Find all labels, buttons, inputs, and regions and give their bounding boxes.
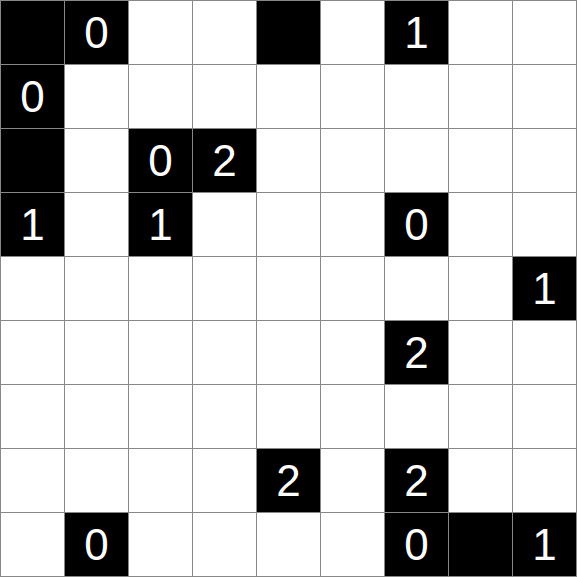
cell-r0c5[interactable] <box>321 1 384 64</box>
cell-r3c2: 1 <box>129 193 192 256</box>
clue-number: 1 <box>148 203 172 247</box>
cell-r7c8[interactable] <box>513 449 576 512</box>
cell-r8c2[interactable] <box>129 513 192 576</box>
cell-r6c3[interactable] <box>193 385 256 448</box>
cell-r2c8[interactable] <box>513 129 576 192</box>
cell-r6c2[interactable] <box>129 385 192 448</box>
cell-r7c1[interactable] <box>65 449 128 512</box>
cell-r6c0[interactable] <box>1 385 64 448</box>
clue-number: 2 <box>404 459 428 503</box>
clue-number: 2 <box>404 331 428 375</box>
cell-r2c6[interactable] <box>385 129 448 192</box>
cell-r5c1[interactable] <box>65 321 128 384</box>
cell-r8c8: 1 <box>513 513 576 576</box>
cell-r7c7[interactable] <box>449 449 512 512</box>
clue-number: 1 <box>404 11 428 55</box>
clue-number: 1 <box>532 523 556 567</box>
cell-r0c2[interactable] <box>129 1 192 64</box>
cell-r4c7[interactable] <box>449 257 512 320</box>
cell-r7c5[interactable] <box>321 449 384 512</box>
cell-r8c0[interactable] <box>1 513 64 576</box>
cell-r6c1[interactable] <box>65 385 128 448</box>
cell-r1c0: 0 <box>1 65 64 128</box>
cell-r4c1[interactable] <box>65 257 128 320</box>
clue-number: 0 <box>404 523 428 567</box>
cell-r8c3[interactable] <box>193 513 256 576</box>
cell-r5c6: 2 <box>385 321 448 384</box>
cell-r5c5[interactable] <box>321 321 384 384</box>
cell-r2c5[interactable] <box>321 129 384 192</box>
cell-r1c5[interactable] <box>321 65 384 128</box>
cell-r2c4[interactable] <box>257 129 320 192</box>
cell-r7c2[interactable] <box>129 449 192 512</box>
cell-r1c8[interactable] <box>513 65 576 128</box>
cell-r2c2: 0 <box>129 129 192 192</box>
cell-r2c1[interactable] <box>65 129 128 192</box>
cell-r3c3[interactable] <box>193 193 256 256</box>
cell-r3c1[interactable] <box>65 193 128 256</box>
cell-r4c2[interactable] <box>129 257 192 320</box>
cell-r0c3[interactable] <box>193 1 256 64</box>
clue-number: 1 <box>20 203 44 247</box>
cell-r3c5[interactable] <box>321 193 384 256</box>
cell-r1c2[interactable] <box>129 65 192 128</box>
clue-number: 0 <box>148 139 172 183</box>
cell-r5c7[interactable] <box>449 321 512 384</box>
clue-number: 1 <box>532 267 556 311</box>
cell-r1c6[interactable] <box>385 65 448 128</box>
cell-r3c7[interactable] <box>449 193 512 256</box>
cell-r0c0 <box>1 1 64 64</box>
cell-r0c8[interactable] <box>513 1 576 64</box>
cell-r6c4[interactable] <box>257 385 320 448</box>
cell-r8c7 <box>449 513 512 576</box>
cell-r5c0[interactable] <box>1 321 64 384</box>
cell-r3c4[interactable] <box>257 193 320 256</box>
cell-r1c1[interactable] <box>65 65 128 128</box>
cell-r1c7[interactable] <box>449 65 512 128</box>
clue-number: 0 <box>20 75 44 119</box>
cell-r0c1: 0 <box>65 1 128 64</box>
cell-r0c6: 1 <box>385 1 448 64</box>
cell-r4c8: 1 <box>513 257 576 320</box>
cell-r2c0 <box>1 129 64 192</box>
cell-r5c8[interactable] <box>513 321 576 384</box>
clue-number: 0 <box>84 523 108 567</box>
cell-r3c0: 1 <box>1 193 64 256</box>
cell-r6c5[interactable] <box>321 385 384 448</box>
cell-r8c4[interactable] <box>257 513 320 576</box>
cell-r4c0[interactable] <box>1 257 64 320</box>
cell-r8c5[interactable] <box>321 513 384 576</box>
cell-r4c6[interactable] <box>385 257 448 320</box>
cell-r7c4: 2 <box>257 449 320 512</box>
akari-board: 010021101222001 <box>0 0 577 577</box>
cell-r6c8[interactable] <box>513 385 576 448</box>
cell-r8c6: 0 <box>385 513 448 576</box>
cell-r0c4 <box>257 1 320 64</box>
cell-r2c7[interactable] <box>449 129 512 192</box>
cell-r1c3[interactable] <box>193 65 256 128</box>
cell-r2c3: 2 <box>193 129 256 192</box>
cell-r6c7[interactable] <box>449 385 512 448</box>
cell-r4c3[interactable] <box>193 257 256 320</box>
cell-r0c7[interactable] <box>449 1 512 64</box>
clue-number: 2 <box>276 459 300 503</box>
cell-r5c3[interactable] <box>193 321 256 384</box>
cell-r6c6[interactable] <box>385 385 448 448</box>
cell-r4c5[interactable] <box>321 257 384 320</box>
cell-r1c4[interactable] <box>257 65 320 128</box>
cell-r5c4[interactable] <box>257 321 320 384</box>
cell-r5c2[interactable] <box>129 321 192 384</box>
cell-r7c3[interactable] <box>193 449 256 512</box>
clue-number: 0 <box>84 11 108 55</box>
cell-r7c0[interactable] <box>1 449 64 512</box>
cell-r3c8[interactable] <box>513 193 576 256</box>
cell-r7c6: 2 <box>385 449 448 512</box>
cell-r3c6: 0 <box>385 193 448 256</box>
clue-number: 0 <box>404 203 428 247</box>
cell-r4c4[interactable] <box>257 257 320 320</box>
cell-r8c1: 0 <box>65 513 128 576</box>
clue-number: 2 <box>212 139 236 183</box>
